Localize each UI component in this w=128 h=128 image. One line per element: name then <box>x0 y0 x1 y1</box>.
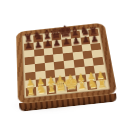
piece-white-bishop[interactable]: ♝ <box>39 80 63 95</box>
square-b5[interactable] <box>34 56 44 64</box>
square-c1[interactable]: ♝ <box>46 85 57 94</box>
scene: ♜♞♝♛♚♝♞♜♟♟♟♟♟♟♟♟♟♟♟♟♟♟♟♟♜♞♝♛♚♝♞♜ <box>0 0 128 128</box>
square-h1[interactable]: ♜ <box>96 80 107 89</box>
square-a4[interactable] <box>25 64 35 73</box>
piece-white-rook[interactable]: ♜ <box>90 76 114 89</box>
square-a6[interactable] <box>24 50 34 58</box>
piece-black-pawn[interactable]: ♟ <box>84 33 106 44</box>
board-inner-border: ♜♞♝♛♚♝♞♜♟♟♟♟♟♟♟♟♟♟♟♟♟♟♟♟♜♞♝♛♚♝♞♜ <box>22 27 110 98</box>
square-c5[interactable] <box>44 55 54 63</box>
square-b6[interactable] <box>34 49 44 57</box>
board-frame: ♜♞♝♛♚♝♞♜♟♟♟♟♟♟♟♟♟♟♟♟♟♟♟♟♜♞♝♛♚♝♞♜ <box>16 23 117 105</box>
chess-board: ♜♞♝♛♚♝♞♜♟♟♟♟♟♟♟♟♟♟♟♟♟♟♟♟♜♞♝♛♚♝♞♜ <box>16 23 117 105</box>
product-photo-stage: ♜♞♝♛♚♝♞♜♟♟♟♟♟♟♟♟♟♟♟♟♟♟♟♟♜♞♝♛♚♝♞♜ <box>0 0 128 128</box>
board-grid: ♜♞♝♛♚♝♞♜♟♟♟♟♟♟♟♟♟♟♟♟♟♟♟♟♜♞♝♛♚♝♞♜ <box>24 29 108 97</box>
square-h7[interactable]: ♟ <box>89 36 100 44</box>
square-d5[interactable] <box>53 54 63 62</box>
